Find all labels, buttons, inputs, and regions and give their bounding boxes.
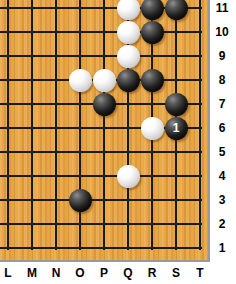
- grid-line-vertical-L: [7, 0, 9, 250]
- row-label-1: 1: [210, 240, 234, 256]
- row-label-4: 4: [210, 168, 234, 184]
- grid-line-horizontal-2: [0, 223, 202, 225]
- stone-black-R10[interactable]: [141, 21, 164, 44]
- go-board[interactable]: 1: [0, 0, 210, 262]
- stone-white-R6[interactable]: [141, 117, 164, 140]
- row-label-9: 9: [210, 48, 234, 64]
- grid-line-horizontal-3: [0, 199, 202, 201]
- column-label-T: T: [188, 266, 212, 281]
- stone-white-O8[interactable]: [69, 69, 92, 92]
- row-label-8: 8: [210, 72, 234, 88]
- grid-line-horizontal-1: [0, 247, 202, 249]
- stone-black-S6[interactable]: 1: [165, 117, 188, 140]
- grid-line-vertical-T: [199, 0, 201, 250]
- stone-black-Q8[interactable]: [117, 69, 140, 92]
- row-label-6: 6: [210, 120, 234, 136]
- move-number-label: 1: [173, 122, 180, 134]
- stone-white-Q9[interactable]: [117, 45, 140, 68]
- column-label-R: R: [140, 266, 164, 281]
- stone-black-O3[interactable]: [69, 189, 92, 212]
- row-label-7: 7: [210, 96, 234, 112]
- grid-line-vertical-P: [103, 0, 105, 250]
- column-label-Q: Q: [116, 266, 140, 281]
- row-label-11: 11: [210, 0, 234, 16]
- grid-line-vertical-N: [55, 0, 57, 250]
- stone-black-S7[interactable]: [165, 93, 188, 116]
- stone-black-R11[interactable]: [141, 0, 164, 20]
- stone-white-Q10[interactable]: [117, 21, 140, 44]
- stone-white-P8[interactable]: [93, 69, 116, 92]
- grid-line-vertical-M: [31, 0, 33, 250]
- row-label-2: 2: [210, 216, 234, 232]
- stone-black-S11[interactable]: [165, 0, 188, 20]
- grid-line-vertical-O: [79, 0, 81, 250]
- column-label-S: S: [164, 266, 188, 281]
- stone-black-P7[interactable]: [93, 93, 116, 116]
- grid-line-horizontal-10: [0, 31, 202, 33]
- column-label-O: O: [68, 266, 92, 281]
- go-diagram: 1 1110987654321 LMNOPQRST: [0, 0, 236, 284]
- column-label-N: N: [44, 266, 68, 281]
- column-label-M: M: [20, 266, 44, 281]
- grid-line-horizontal-9: [0, 55, 202, 57]
- row-label-10: 10: [210, 24, 234, 40]
- column-label-P: P: [92, 266, 116, 281]
- row-label-5: 5: [210, 144, 234, 160]
- column-label-L: L: [0, 266, 20, 281]
- stone-white-Q11[interactable]: [117, 0, 140, 20]
- grid-line-horizontal-4: [0, 175, 202, 177]
- row-label-3: 3: [210, 192, 234, 208]
- stone-black-R8[interactable]: [141, 69, 164, 92]
- stone-white-Q4[interactable]: [117, 165, 140, 188]
- grid-line-horizontal-5: [0, 151, 202, 153]
